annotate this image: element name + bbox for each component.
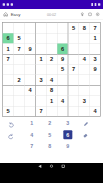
grid-cell-r2c3[interactable] bbox=[24, 33, 35, 43]
keypad-4[interactable]: 4 bbox=[27, 130, 36, 139]
grid-cell-r6c5[interactable]: 4 bbox=[46, 75, 57, 85]
grid-cell-r6c7[interactable] bbox=[68, 75, 79, 85]
back-icon[interactable] bbox=[38, 165, 41, 168]
grid-cell-r9c6[interactable] bbox=[57, 106, 68, 116]
lightbulb-icon[interactable] bbox=[80, 12, 85, 17]
notification-icons bbox=[3, 3, 13, 5]
grid-cell-r5c1[interactable] bbox=[3, 64, 14, 74]
keypad-2[interactable]: 2 bbox=[45, 119, 54, 128]
grid-cell-r9c2[interactable] bbox=[14, 106, 25, 116]
grid-cell-r7c3[interactable]: 4 bbox=[24, 85, 35, 95]
keypad-7[interactable]: 7 bbox=[27, 142, 36, 151]
grid-cell-r4c9[interactable]: 3 bbox=[89, 54, 100, 64]
grid-cell-r4c2[interactable] bbox=[14, 54, 25, 64]
grid-cell-r3c1[interactable]: 1 bbox=[3, 43, 14, 53]
grid-cell-r6c1[interactable] bbox=[3, 75, 14, 85]
grid-cell-r1c5[interactable] bbox=[46, 23, 57, 33]
status-icons bbox=[91, 3, 100, 6]
grid-cell-r5c4[interactable] bbox=[35, 64, 46, 74]
grid-cell-r7c5[interactable]: 8 bbox=[46, 85, 57, 95]
keypad-8[interactable]: 8 bbox=[45, 142, 54, 151]
sudoku-board: 587651179671294357923448143574 bbox=[2, 22, 101, 117]
grid-cell-r6c4[interactable]: 3 bbox=[35, 75, 46, 85]
grid-cell-r7c1[interactable] bbox=[3, 85, 14, 95]
keypad-5[interactable]: 5 bbox=[45, 130, 54, 139]
grid-cell-r8c4[interactable] bbox=[35, 96, 46, 106]
grid-cell-r5c8[interactable] bbox=[79, 64, 90, 74]
grid-cell-r6c2[interactable]: 2 bbox=[14, 75, 25, 85]
grid-cell-r1c9[interactable]: 7 bbox=[89, 23, 100, 33]
grid-cell-r6c6[interactable] bbox=[57, 75, 68, 85]
grid-cell-r1c6[interactable] bbox=[57, 23, 68, 33]
grid-cell-r6c9[interactable] bbox=[89, 75, 100, 85]
keypad-1[interactable]: 1 bbox=[27, 119, 36, 128]
app-bar: Easy 00:02 bbox=[0, 9, 103, 20]
grid-cell-r3c4[interactable] bbox=[35, 43, 46, 53]
grid-cell-r8c2[interactable] bbox=[14, 96, 25, 106]
grid-cell-r8c9[interactable] bbox=[89, 96, 100, 106]
grid-cell-r2c8[interactable] bbox=[79, 33, 90, 43]
grid-cell-r1c8[interactable]: 8 bbox=[79, 23, 90, 33]
grid-cell-r7c9[interactable] bbox=[89, 85, 100, 95]
grid-cell-r2c4[interactable] bbox=[35, 33, 46, 43]
home-circle-icon[interactable] bbox=[50, 165, 53, 168]
redo-icon[interactable] bbox=[7, 132, 15, 140]
grid-cell-r6c8[interactable] bbox=[79, 75, 90, 85]
grid-cell-r8c7[interactable] bbox=[68, 96, 79, 106]
grid-cell-r9c3[interactable] bbox=[24, 106, 35, 116]
grid-cell-r4c4[interactable]: 1 bbox=[35, 54, 46, 64]
grid-cell-r1c4[interactable] bbox=[35, 23, 46, 33]
grid-cell-r5c3[interactable] bbox=[24, 64, 35, 74]
grid-cell-r1c1[interactable] bbox=[3, 23, 14, 33]
grid-cell-r2c7[interactable] bbox=[68, 33, 79, 43]
keypad-6[interactable]: 6 bbox=[63, 130, 72, 139]
grid-cell-r2c6[interactable] bbox=[57, 33, 68, 43]
grid-cell-r8c5[interactable]: 1 bbox=[46, 96, 57, 106]
grid-cell-r4c3[interactable] bbox=[24, 54, 35, 64]
recents-icon[interactable] bbox=[62, 165, 65, 168]
phone-screen: Easy 00:02 58765117967129435792344814357… bbox=[0, 0, 103, 183]
eraser-icon[interactable] bbox=[81, 131, 89, 139]
grid-cell-r7c4[interactable] bbox=[35, 85, 46, 95]
grid-cell-r7c7[interactable] bbox=[68, 85, 79, 95]
grid-cell-r6c3[interactable] bbox=[24, 75, 35, 85]
grid-cell-r9c8[interactable] bbox=[79, 106, 90, 116]
grid-cell-r5c9[interactable]: 9 bbox=[89, 64, 100, 74]
keypad-9[interactable]: 9 bbox=[63, 142, 72, 151]
square-icon[interactable] bbox=[88, 12, 93, 17]
grid-cell-r4c8[interactable]: 4 bbox=[79, 54, 90, 64]
grid-cell-r7c8[interactable] bbox=[79, 85, 90, 95]
grid-cell-r9c1[interactable]: 5 bbox=[3, 106, 14, 116]
grid-cell-r3c8[interactable] bbox=[79, 43, 90, 53]
grid-cell-r1c7[interactable]: 5 bbox=[68, 23, 79, 33]
grid-cell-r3c6[interactable]: 6 bbox=[57, 43, 68, 53]
grid-cell-r1c2[interactable] bbox=[14, 23, 25, 33]
grid-cell-r9c9[interactable]: 4 bbox=[89, 106, 100, 116]
grid-cell-r2c5[interactable] bbox=[46, 33, 57, 43]
pencil-icon[interactable] bbox=[82, 120, 90, 128]
grid-cell-r9c5[interactable] bbox=[46, 106, 57, 116]
android-nav-bar bbox=[0, 163, 103, 183]
grid-cell-r2c9[interactable]: 1 bbox=[89, 33, 100, 43]
grid-cell-r3c7[interactable] bbox=[68, 43, 79, 53]
grid-cell-r5c7[interactable]: 7 bbox=[68, 64, 79, 74]
number-keypad: 123456789 bbox=[27, 119, 72, 151]
grid-cell-r4c7[interactable] bbox=[68, 54, 79, 64]
grid-cell-r5c6[interactable]: 5 bbox=[57, 64, 68, 74]
grid-cell-r3c9[interactable] bbox=[89, 43, 100, 53]
grid-cell-r7c2[interactable] bbox=[14, 85, 25, 95]
status-bar bbox=[0, 0, 103, 9]
grid-cell-r4c5[interactable]: 2 bbox=[46, 54, 57, 64]
grid-cell-r8c3[interactable] bbox=[24, 96, 35, 106]
grid-cell-r4c6[interactable]: 9 bbox=[57, 54, 68, 64]
grid-cell-r8c1[interactable] bbox=[3, 96, 14, 106]
grid-cell-r1c3[interactable] bbox=[24, 23, 35, 33]
keypad-3[interactable]: 3 bbox=[63, 119, 72, 128]
grid-cell-r5c2[interactable] bbox=[14, 64, 25, 74]
grid-cell-r3c2[interactable]: 7 bbox=[14, 43, 25, 53]
grid-cell-r8c8[interactable]: 3 bbox=[79, 96, 90, 106]
grid-cell-r3c5[interactable] bbox=[46, 43, 57, 53]
grid-cell-r9c4[interactable]: 7 bbox=[35, 106, 46, 116]
grid-cell-r2c1[interactable]: 6 bbox=[3, 33, 14, 43]
gear-icon[interactable] bbox=[95, 12, 100, 17]
grid-cell-r8c6[interactable]: 4 bbox=[57, 96, 68, 106]
undo-icon[interactable] bbox=[7, 121, 15, 129]
grid-cell-r3c3[interactable]: 9 bbox=[24, 43, 35, 53]
grid-cell-r9c7[interactable] bbox=[68, 106, 79, 116]
grid-cell-r2c2[interactable]: 5 bbox=[14, 33, 25, 43]
grid-cell-r4c1[interactable]: 7 bbox=[3, 54, 14, 64]
grid-cell-r5c5[interactable] bbox=[46, 64, 57, 74]
grid-cell-r7c6[interactable] bbox=[57, 85, 68, 95]
